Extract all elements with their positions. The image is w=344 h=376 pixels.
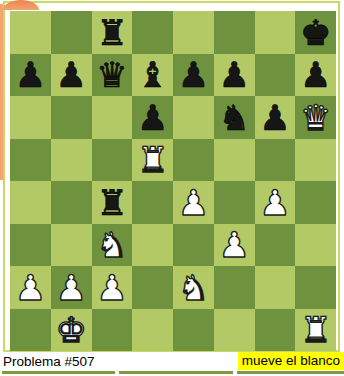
square-f4[interactable] [214,181,255,224]
square-h1[interactable]: ♜ [295,309,336,352]
caption-row: Problema #507 mueve el blanco [0,352,344,370]
square-d3[interactable] [132,224,173,267]
square-b8[interactable] [51,11,92,54]
problem-title: Problema #507 [0,354,95,369]
square-c3[interactable]: ♞ [92,224,133,267]
square-b6[interactable] [51,96,92,139]
square-b2[interactable]: ♟ [51,266,92,309]
square-a2[interactable]: ♟ [10,266,51,309]
chess-board[interactable]: ♜♚♟♟♛♝♟♟♟♟♞♟♛♜♜♟♟♞♟♟♟♟♞♚♜ [10,11,336,351]
puzzle-widget: ♜♚♟♟♛♝♟♟♟♟♞♟♛♜♜♟♟♞♟♟♟♟♞♚♜ Problema #507 … [0,0,344,376]
black-pawn-e7[interactable]: ♟ [178,58,209,93]
square-g2[interactable] [255,266,296,309]
black-pawn-d6[interactable]: ♟ [137,101,168,136]
square-c8[interactable]: ♜ [92,11,133,54]
square-d5[interactable]: ♜ [132,139,173,182]
turn-indicator-badge: mueve el blanco [238,352,344,370]
white-pawn-a2[interactable]: ♟ [15,271,46,306]
square-c5[interactable] [92,139,133,182]
square-b4[interactable] [51,181,92,224]
square-f2[interactable] [214,266,255,309]
square-d1[interactable] [132,309,173,352]
square-a5[interactable] [10,139,51,182]
square-g3[interactable] [255,224,296,267]
white-rook-d5[interactable]: ♜ [137,143,168,178]
square-b3[interactable] [51,224,92,267]
square-e8[interactable] [173,11,214,54]
square-c4[interactable]: ♜ [92,181,133,224]
square-e7[interactable]: ♟ [173,54,214,97]
white-knight-c3[interactable]: ♞ [96,228,127,263]
white-pawn-f3[interactable]: ♟ [218,228,249,263]
square-h2[interactable] [295,266,336,309]
square-b1[interactable]: ♚ [51,309,92,352]
square-h6[interactable]: ♛ [295,96,336,139]
square-d4[interactable] [132,181,173,224]
black-knight-f6[interactable]: ♞ [218,101,249,136]
square-d6[interactable]: ♟ [132,96,173,139]
black-pawn-h7[interactable]: ♟ [300,58,331,93]
square-d2[interactable] [132,266,173,309]
square-h7[interactable]: ♟ [295,54,336,97]
square-a1[interactable] [10,309,51,352]
square-c2[interactable]: ♟ [92,266,133,309]
square-d7[interactable]: ♝ [132,54,173,97]
square-h3[interactable] [295,224,336,267]
black-rook-c8[interactable]: ♜ [96,16,127,51]
square-e5[interactable] [173,139,214,182]
square-g8[interactable] [255,11,296,54]
table-rule-segment [119,371,233,374]
square-a7[interactable]: ♟ [10,54,51,97]
square-f7[interactable]: ♟ [214,54,255,97]
square-f8[interactable] [214,11,255,54]
square-c1[interactable] [92,309,133,352]
square-e3[interactable] [173,224,214,267]
white-rook-h1[interactable]: ♜ [300,313,331,348]
black-pawn-f7[interactable]: ♟ [218,58,249,93]
square-e6[interactable] [173,96,214,139]
square-f1[interactable] [214,309,255,352]
white-pawn-b2[interactable]: ♟ [55,271,86,306]
black-queen-c7[interactable]: ♛ [96,58,127,93]
black-rook-c4[interactable]: ♜ [96,186,127,221]
table-rule-segment [2,371,115,374]
square-f5[interactable] [214,139,255,182]
white-knight-e2[interactable]: ♞ [178,271,209,306]
square-e1[interactable] [173,309,214,352]
white-pawn-c2[interactable]: ♟ [96,271,127,306]
square-d8[interactable] [132,11,173,54]
square-c7[interactable]: ♛ [92,54,133,97]
square-c6[interactable] [92,96,133,139]
table-rule-segment [237,371,344,374]
square-g4[interactable]: ♟ [255,181,296,224]
square-e2[interactable]: ♞ [173,266,214,309]
square-e4[interactable]: ♟ [173,181,214,224]
square-b7[interactable]: ♟ [51,54,92,97]
square-a6[interactable] [10,96,51,139]
square-f6[interactable]: ♞ [214,96,255,139]
square-f3[interactable]: ♟ [214,224,255,267]
square-h4[interactable] [295,181,336,224]
square-g6[interactable]: ♟ [255,96,296,139]
white-pawn-e4[interactable]: ♟ [178,186,209,221]
white-king-b1[interactable]: ♚ [55,313,86,348]
square-h8[interactable]: ♚ [295,11,336,54]
black-pawn-a7[interactable]: ♟ [15,58,46,93]
square-a4[interactable] [10,181,51,224]
square-g7[interactable] [255,54,296,97]
white-queen-h6[interactable]: ♛ [300,101,331,136]
square-h5[interactable] [295,139,336,182]
square-g5[interactable] [255,139,296,182]
black-pawn-b7[interactable]: ♟ [55,58,86,93]
black-bishop-d7[interactable]: ♝ [137,58,168,93]
square-a3[interactable] [10,224,51,267]
black-king-h8[interactable]: ♚ [300,16,331,51]
square-g1[interactable] [255,309,296,352]
white-pawn-g4[interactable]: ♟ [259,186,290,221]
square-a8[interactable] [10,11,51,54]
square-b5[interactable] [51,139,92,182]
black-pawn-g6[interactable]: ♟ [259,101,290,136]
